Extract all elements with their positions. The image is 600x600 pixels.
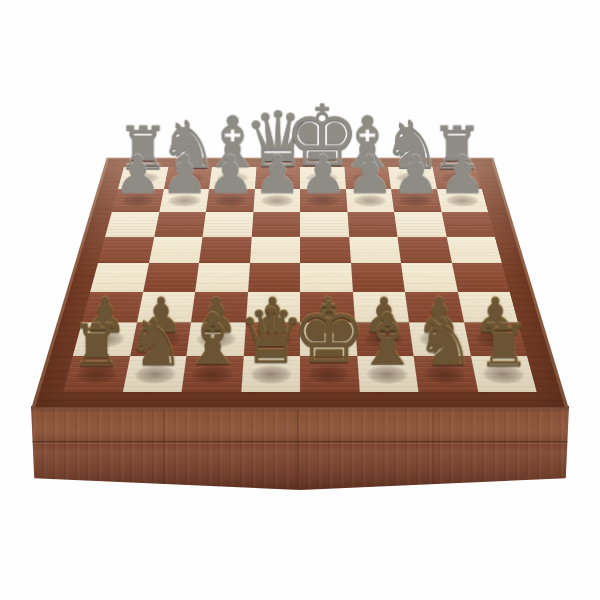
square-c7[interactable]: [206, 189, 255, 212]
piece-anchor-a1: ♜: [63, 356, 130, 392]
square-b8[interactable]: [164, 167, 212, 189]
piece-shadow: [352, 195, 387, 207]
piece-shadow: [261, 173, 294, 184]
piece-anchor-c1: ♝: [182, 356, 244, 392]
square-e5[interactable]: [300, 236, 351, 263]
piece-shadow: [444, 195, 480, 207]
square-f8[interactable]: [344, 167, 391, 189]
square-f6[interactable]: [347, 212, 397, 237]
square-d8[interactable]: [255, 167, 300, 189]
square-d7[interactable]: [253, 189, 300, 212]
piece-white-knight[interactable]: ♞: [125, 309, 184, 375]
square-e6[interactable]: [300, 212, 349, 237]
square-e7[interactable]: [300, 189, 347, 212]
square-c8[interactable]: [209, 167, 256, 189]
piece-shadow: [351, 173, 384, 184]
piece-anchor-e1: ♚: [300, 356, 359, 392]
piece-shadow: [216, 173, 249, 184]
piece-anchor-f1: ♝: [357, 356, 419, 392]
piece-white-bishop[interactable]: ♝: [355, 304, 419, 375]
piece-white-knight[interactable]: ♞: [416, 309, 475, 375]
piece-white-bishop[interactable]: ♝: [181, 304, 245, 375]
square-d6[interactable]: [251, 212, 300, 237]
square-f5[interactable]: [349, 236, 401, 263]
piece-shadow: [306, 195, 340, 207]
piece-shadow: [398, 195, 433, 207]
square-d5[interactable]: [250, 236, 301, 263]
square-b7[interactable]: [159, 189, 209, 212]
board-scene: ♜♞♝♛♚♝♞♜♟♟♟♟♟♟♟♟♟♟♟♟♟♟♟♟♜♞♝♛♚♝♞♜: [0, 0, 600, 600]
piece-shadow: [166, 195, 201, 207]
piece-shadow: [213, 195, 248, 207]
piece-white-rook[interactable]: ♜: [70, 316, 123, 375]
square-h6[interactable]: [441, 212, 495, 237]
piece-shadow: [120, 195, 156, 207]
square-f7[interactable]: [345, 189, 394, 212]
square-g5[interactable]: [397, 236, 451, 263]
square-h5[interactable]: [446, 236, 502, 263]
piece-shadow: [395, 173, 429, 184]
square-a5[interactable]: [98, 236, 154, 263]
piece-anchor-b1: ♞: [122, 356, 186, 392]
piece-white-rook[interactable]: ♜: [477, 316, 530, 375]
square-g7[interactable]: [391, 189, 441, 212]
square-b6[interactable]: [154, 212, 206, 237]
piece-shadow: [260, 195, 294, 207]
board-frame: ♜♞♝♛♚♝♞♜♟♟♟♟♟♟♟♟♟♟♟♟♟♟♟♟♜♞♝♛♚♝♞♜: [31, 158, 569, 410]
square-c5[interactable]: [199, 236, 251, 263]
square-h7[interactable]: [436, 189, 488, 212]
piece-anchor-h1: ♜: [470, 356, 537, 392]
square-a8[interactable]: [118, 167, 168, 189]
piece-anchor-g1: ♞: [414, 356, 478, 392]
piece-shadow: [126, 173, 161, 184]
square-g6[interactable]: [394, 212, 446, 237]
square-c6[interactable]: [203, 212, 253, 237]
square-e8[interactable]: [300, 167, 345, 189]
piece-shadow: [306, 173, 339, 184]
piece-shadow: [439, 173, 474, 184]
square-b5[interactable]: [149, 236, 203, 263]
square-g8[interactable]: [388, 167, 436, 189]
square-a6[interactable]: [105, 212, 159, 237]
square-a7[interactable]: [112, 189, 164, 212]
piece-shadow: [171, 173, 205, 184]
square-h8[interactable]: [432, 167, 482, 189]
chess-set-photo: ♜♞♝♛♚♝♞♜♟♟♟♟♟♟♟♟♟♟♟♟♟♟♟♟♜♞♝♛♚♝♞♜: [0, 0, 600, 600]
